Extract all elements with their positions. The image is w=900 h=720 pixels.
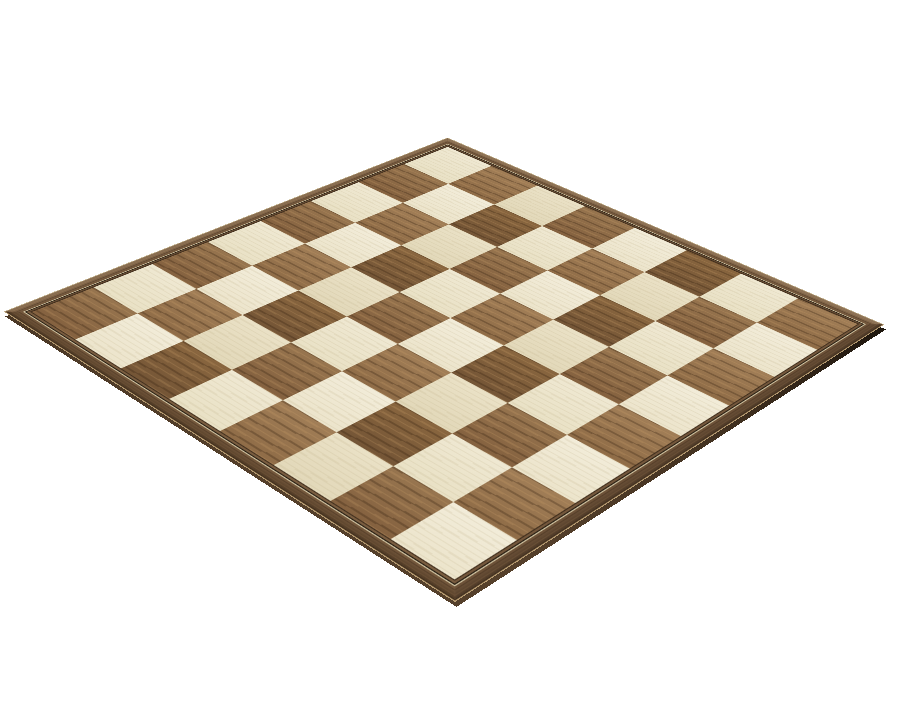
- chess-board: [3, 138, 884, 602]
- product-photo: [0, 0, 900, 720]
- board-field: [32, 147, 858, 580]
